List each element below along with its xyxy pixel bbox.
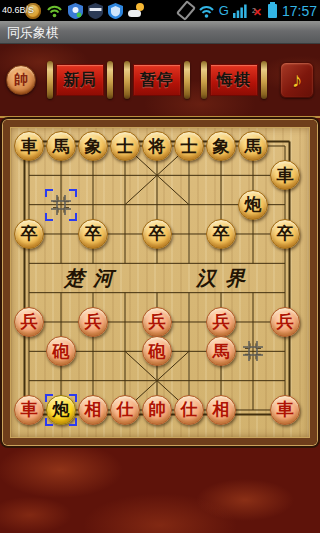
black-elephant[interactable]: 象: [78, 131, 108, 161]
green-wifi-icon: [46, 3, 63, 18]
red-soldier[interactable]: 兵: [270, 307, 300, 337]
vibrate-icon: [176, 0, 196, 21]
red-soldier[interactable]: 兵: [206, 307, 236, 337]
net-speed-text: 40.6B/S: [2, 5, 34, 15]
red-advisor[interactable]: 仕: [174, 395, 204, 425]
sim2-no-signal-icon: ✕2: [251, 3, 264, 19]
shield-dark-icon: [88, 3, 103, 19]
status-bar-right: G ✕2 17:57: [180, 2, 317, 19]
red-chariot[interactable]: 車: [14, 395, 44, 425]
red-soldier[interactable]: 兵: [78, 307, 108, 337]
red-soldier[interactable]: 兵: [142, 307, 172, 337]
black-elephant[interactable]: 象: [206, 131, 236, 161]
black-soldier[interactable]: 卒: [206, 219, 236, 249]
red-elephant[interactable]: 相: [78, 395, 108, 425]
black-chariot[interactable]: 車: [14, 131, 44, 161]
black-soldier[interactable]: 卒: [270, 219, 300, 249]
board-grid-lines[interactable]: [0, 0, 320, 533]
battery-icon: [268, 4, 277, 18]
signal-bars-icon: [233, 4, 247, 18]
red-soldier[interactable]: 兵: [14, 307, 44, 337]
river-label-right: 汉界: [196, 265, 254, 292]
red-general[interactable]: 帥: [142, 395, 172, 425]
carrier-letter: G: [219, 3, 229, 18]
river-label-left: 楚河: [64, 265, 122, 292]
shield-blue-icon: [68, 3, 83, 19]
black-horse[interactable]: 馬: [238, 131, 268, 161]
black-cannon[interactable]: 炮: [238, 190, 268, 220]
app-screen: 40.6B/S G: [0, 0, 320, 533]
status-bar: 40.6B/S G: [0, 0, 320, 21]
black-soldier[interactable]: 卒: [14, 219, 44, 249]
clock: 17:57: [282, 3, 317, 19]
black-soldier[interactable]: 卒: [142, 219, 172, 249]
wifi-icon: [198, 4, 215, 18]
black-advisor[interactable]: 士: [110, 131, 140, 161]
red-advisor[interactable]: 仕: [110, 395, 140, 425]
black-general[interactable]: 将: [142, 131, 172, 161]
shield-light-icon: [108, 3, 123, 19]
black-horse[interactable]: 馬: [46, 131, 76, 161]
black-advisor[interactable]: 士: [174, 131, 204, 161]
black-cannon-selected[interactable]: 炮: [46, 395, 76, 425]
red-chariot[interactable]: 車: [270, 395, 300, 425]
red-elephant[interactable]: 相: [206, 395, 236, 425]
sim2-flag: 2: [252, 2, 256, 20]
weather-icon: [128, 3, 145, 18]
black-soldier[interactable]: 卒: [78, 219, 108, 249]
